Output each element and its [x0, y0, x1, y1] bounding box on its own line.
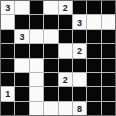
cell-r3c1[interactable]	[15, 44, 28, 57]
cell-r6c6[interactable]	[87, 87, 100, 100]
cell-r6c0[interactable]: 1	[1, 87, 14, 100]
cell-r4c1[interactable]	[15, 59, 28, 72]
clue-number: 2	[63, 76, 68, 85]
cell-r4c4[interactable]	[59, 59, 72, 72]
cell-r7c7[interactable]	[102, 102, 115, 115]
cell-r4c6[interactable]	[87, 59, 100, 72]
cell-r3c3[interactable]	[44, 44, 57, 57]
cell-r2c5[interactable]	[73, 30, 86, 43]
cell-r5c2[interactable]	[30, 73, 43, 86]
cell-r7c2[interactable]	[30, 102, 43, 115]
cell-r0c2[interactable]	[30, 1, 43, 14]
cell-r1c0[interactable]	[1, 15, 14, 28]
cell-r1c6[interactable]	[87, 15, 100, 28]
cell-r5c6[interactable]	[87, 73, 100, 86]
cell-r2c0[interactable]	[1, 30, 14, 43]
clue-number: 3	[5, 4, 10, 13]
cell-r1c1[interactable]	[15, 15, 28, 28]
cell-r4c5[interactable]	[73, 59, 86, 72]
clue-number: 3	[77, 18, 82, 27]
cell-r7c6[interactable]	[87, 102, 100, 115]
cell-r7c5[interactable]: 8	[73, 102, 86, 115]
cell-r0c1[interactable]	[15, 1, 28, 14]
cell-r3c6[interactable]	[87, 44, 100, 57]
cell-r0c0[interactable]: 3	[1, 1, 14, 14]
cell-r1c2[interactable]	[30, 15, 43, 28]
cell-r7c4[interactable]	[59, 102, 72, 115]
cell-r7c3[interactable]	[44, 102, 57, 115]
cell-r5c1[interactable]	[15, 73, 28, 86]
cell-r6c7[interactable]	[102, 87, 115, 100]
cell-r6c2[interactable]	[30, 87, 43, 100]
cell-r4c2[interactable]	[30, 59, 43, 72]
cell-r4c0[interactable]	[1, 59, 14, 72]
cell-r2c1[interactable]: 3	[15, 30, 28, 43]
cell-r5c5[interactable]	[73, 73, 86, 86]
cell-r0c7[interactable]	[102, 1, 115, 14]
cell-r0c3[interactable]	[44, 1, 57, 14]
cell-r4c7[interactable]	[102, 59, 115, 72]
cell-r1c5[interactable]: 3	[73, 15, 86, 28]
clue-number: 2	[63, 4, 68, 13]
cell-r3c0[interactable]	[1, 44, 14, 57]
cell-r6c3[interactable]	[44, 87, 57, 100]
cell-r7c1[interactable]	[15, 102, 28, 115]
clue-number: 8	[77, 104, 82, 113]
cell-r6c1[interactable]	[15, 87, 28, 100]
cell-r3c4[interactable]	[59, 44, 72, 57]
cell-r1c4[interactable]	[59, 15, 72, 28]
cell-r1c7[interactable]	[102, 15, 115, 28]
cell-r2c4[interactable]	[59, 30, 72, 43]
cell-r5c3[interactable]	[44, 73, 57, 86]
cell-r2c3[interactable]	[44, 30, 57, 43]
cell-r0c5[interactable]	[73, 1, 86, 14]
cell-r6c5[interactable]	[73, 87, 86, 100]
cell-r7c0[interactable]	[1, 102, 14, 115]
cell-r6c4[interactable]	[59, 87, 72, 100]
cell-r3c5[interactable]: 2	[73, 44, 86, 57]
cell-r0c6[interactable]	[87, 1, 100, 14]
cell-r4c3[interactable]	[44, 59, 57, 72]
cell-r2c6[interactable]	[87, 30, 100, 43]
clue-number: 2	[77, 47, 82, 56]
cell-r3c2[interactable]	[30, 44, 43, 57]
cell-r1c3[interactable]	[44, 15, 57, 28]
cell-r0c4[interactable]: 2	[59, 1, 72, 14]
cell-r5c0[interactable]	[1, 73, 14, 86]
cell-r3c7[interactable]	[102, 44, 115, 57]
clue-number: 1	[5, 90, 10, 99]
cell-r5c4[interactable]: 2	[59, 73, 72, 86]
nurikabe-board: 32332218	[0, 0, 116, 116]
cell-r2c7[interactable]	[102, 30, 115, 43]
clue-number: 3	[20, 32, 25, 41]
cell-r2c2[interactable]	[30, 30, 43, 43]
cell-r5c7[interactable]	[102, 73, 115, 86]
